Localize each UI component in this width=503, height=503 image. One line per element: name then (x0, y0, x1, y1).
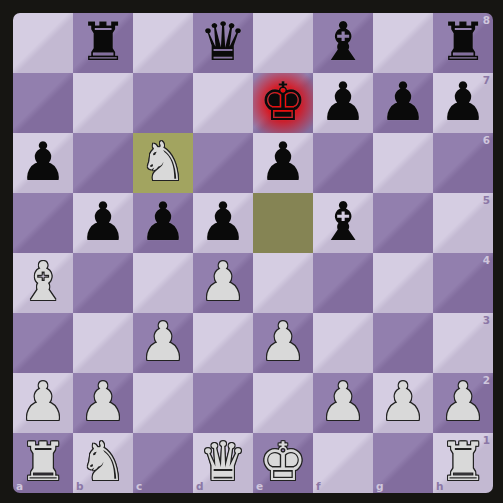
square-c3[interactable]: ♟ (133, 313, 193, 373)
white-king[interactable]: ♚ (259, 435, 307, 488)
file-label-c: c (136, 480, 142, 492)
square-e6[interactable]: ♟ (253, 133, 313, 193)
white-rook[interactable]: ♜ (19, 435, 67, 488)
square-h8[interactable]: ♜8 (433, 13, 493, 73)
square-h3[interactable]: 3 (433, 313, 493, 373)
square-c6[interactable]: ♞ (133, 133, 193, 193)
white-bishop[interactable]: ♝ (19, 255, 67, 308)
square-c7[interactable] (133, 73, 193, 133)
white-pawn[interactable]: ♟ (139, 315, 187, 368)
square-g4[interactable] (373, 253, 433, 313)
square-a1[interactable]: ♜a (13, 433, 73, 493)
black-pawn[interactable]: ♟ (79, 195, 127, 248)
square-g3[interactable] (373, 313, 433, 373)
white-pawn[interactable]: ♟ (439, 375, 487, 428)
square-d7[interactable] (193, 73, 253, 133)
square-d6[interactable] (193, 133, 253, 193)
square-e5[interactable] (253, 193, 313, 253)
square-a8[interactable] (13, 13, 73, 73)
file-label-d: d (196, 480, 204, 492)
file-label-b: b (76, 480, 84, 492)
white-pawn[interactable]: ♟ (199, 255, 247, 308)
square-d2[interactable] (193, 373, 253, 433)
square-c5[interactable]: ♟ (133, 193, 193, 253)
square-c2[interactable] (133, 373, 193, 433)
square-h4[interactable]: 4 (433, 253, 493, 313)
white-knight[interactable]: ♞ (139, 135, 187, 188)
square-g5[interactable] (373, 193, 433, 253)
square-b4[interactable] (73, 253, 133, 313)
black-pawn[interactable]: ♟ (199, 195, 247, 248)
square-e2[interactable] (253, 373, 313, 433)
black-rook[interactable]: ♜ (79, 15, 127, 68)
square-a6[interactable]: ♟ (13, 133, 73, 193)
square-a4[interactable]: ♝ (13, 253, 73, 313)
square-c8[interactable] (133, 13, 193, 73)
rank-label-6: 6 (483, 134, 490, 146)
black-pawn[interactable]: ♟ (19, 135, 67, 188)
square-e7[interactable]: ♚ (253, 73, 313, 133)
square-e1[interactable]: ♚e (253, 433, 313, 493)
black-bishop[interactable]: ♝ (319, 195, 367, 248)
square-b6[interactable] (73, 133, 133, 193)
white-pawn[interactable]: ♟ (19, 375, 67, 428)
square-h6[interactable]: 6 (433, 133, 493, 193)
square-f1[interactable]: f (313, 433, 373, 493)
square-h2[interactable]: ♟2 (433, 373, 493, 433)
square-a3[interactable] (13, 313, 73, 373)
white-pawn[interactable]: ♟ (79, 375, 127, 428)
file-label-g: g (376, 480, 384, 492)
rank-label-8: 8 (483, 14, 490, 26)
square-f6[interactable] (313, 133, 373, 193)
white-pawn[interactable]: ♟ (319, 375, 367, 428)
black-pawn[interactable]: ♟ (379, 75, 427, 128)
square-d3[interactable] (193, 313, 253, 373)
rank-label-3: 3 (483, 314, 490, 326)
white-rook[interactable]: ♜ (439, 435, 487, 488)
square-b2[interactable]: ♟ (73, 373, 133, 433)
square-b3[interactable] (73, 313, 133, 373)
black-pawn[interactable]: ♟ (139, 195, 187, 248)
square-e4[interactable] (253, 253, 313, 313)
rank-label-5: 5 (483, 194, 490, 206)
square-e8[interactable] (253, 13, 313, 73)
rank-label-7: 7 (483, 74, 490, 86)
square-a5[interactable] (13, 193, 73, 253)
black-pawn[interactable]: ♟ (439, 75, 487, 128)
white-knight[interactable]: ♞ (79, 435, 127, 488)
square-b5[interactable]: ♟ (73, 193, 133, 253)
rank-label-2: 2 (483, 374, 490, 386)
square-f4[interactable] (313, 253, 373, 313)
square-h7[interactable]: ♟7 (433, 73, 493, 133)
square-b7[interactable] (73, 73, 133, 133)
square-a7[interactable] (13, 73, 73, 133)
square-b8[interactable]: ♜ (73, 13, 133, 73)
square-f2[interactable]: ♟ (313, 373, 373, 433)
chess-board: ♜♛♝♜8♚♟♟♟7♟♞♟6♟♟♟♝5♝♟4♟♟3♟♟♟♟♟2♜a♞bc♛d♚e… (13, 13, 493, 493)
square-f7[interactable]: ♟ (313, 73, 373, 133)
rank-label-1: 1 (483, 434, 490, 446)
square-d1[interactable]: ♛d (193, 433, 253, 493)
square-g7[interactable]: ♟ (373, 73, 433, 133)
square-a2[interactable]: ♟ (13, 373, 73, 433)
black-king[interactable]: ♚ (259, 75, 307, 128)
black-bishop[interactable]: ♝ (319, 15, 367, 68)
black-rook[interactable]: ♜ (439, 15, 487, 68)
square-f5[interactable]: ♝ (313, 193, 373, 253)
black-queen[interactable]: ♛ (199, 15, 247, 68)
white-queen[interactable]: ♛ (199, 435, 247, 488)
page-background: ♜♛♝♜8♚♟♟♟7♟♞♟6♟♟♟♝5♝♟4♟♟3♟♟♟♟♟2♜a♞bc♛d♚e… (0, 0, 503, 503)
white-pawn[interactable]: ♟ (259, 315, 307, 368)
square-f8[interactable]: ♝ (313, 13, 373, 73)
rank-label-4: 4 (483, 254, 490, 266)
square-h1[interactable]: ♜h1 (433, 433, 493, 493)
square-g2[interactable]: ♟ (373, 373, 433, 433)
file-label-e: e (256, 480, 263, 492)
file-label-a: a (16, 480, 23, 492)
square-e3[interactable]: ♟ (253, 313, 313, 373)
black-pawn[interactable]: ♟ (259, 135, 307, 188)
square-c1[interactable]: c (133, 433, 193, 493)
file-label-h: h (436, 480, 443, 492)
square-h5[interactable]: 5 (433, 193, 493, 253)
white-pawn[interactable]: ♟ (379, 375, 427, 428)
square-g1[interactable]: g (373, 433, 433, 493)
square-d5[interactable]: ♟ (193, 193, 253, 253)
square-g6[interactable] (373, 133, 433, 193)
square-c4[interactable] (133, 253, 193, 313)
square-d4[interactable]: ♟ (193, 253, 253, 313)
file-label-f: f (316, 480, 321, 492)
square-g8[interactable] (373, 13, 433, 73)
square-b1[interactable]: ♞b (73, 433, 133, 493)
square-d8[interactable]: ♛ (193, 13, 253, 73)
square-f3[interactable] (313, 313, 373, 373)
black-pawn[interactable]: ♟ (319, 75, 367, 128)
